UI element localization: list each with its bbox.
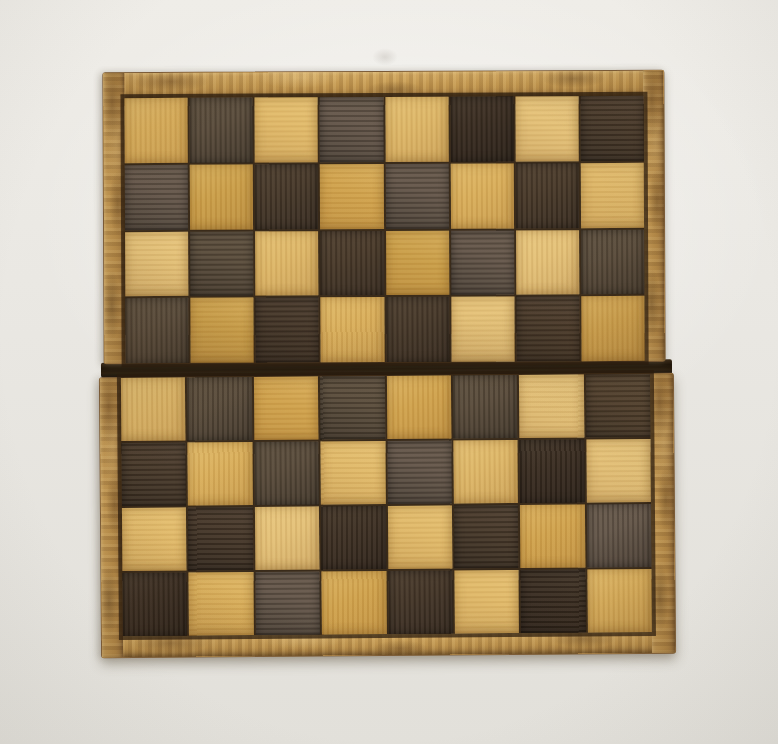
square-e7[interactable]: [385, 163, 448, 228]
square-b6[interactable]: [190, 231, 253, 296]
square-d3[interactable]: [321, 441, 386, 505]
square-a5[interactable]: [125, 298, 188, 363]
square-a6[interactable]: [125, 231, 188, 296]
square-g4[interactable]: [519, 374, 584, 438]
square-d8[interactable]: [320, 97, 383, 162]
frame-rail-bottom-left: [100, 378, 123, 657]
square-f5[interactable]: [451, 297, 514, 362]
square-a1[interactable]: [122, 573, 187, 637]
square-f3[interactable]: [453, 440, 518, 504]
square-a7[interactable]: [125, 165, 188, 230]
frame-rail-top-right: [643, 71, 664, 361]
square-d4[interactable]: [320, 376, 385, 440]
photo-background: [0, 0, 778, 744]
square-c7[interactable]: [255, 164, 318, 229]
frame-rail-bottom-right: [650, 374, 675, 653]
board-grid-bottom: [121, 374, 652, 636]
square-h2[interactable]: [587, 504, 652, 568]
square-b4[interactable]: [187, 377, 252, 441]
square-e5[interactable]: [386, 297, 449, 362]
square-c3[interactable]: [254, 442, 319, 506]
square-g5[interactable]: [516, 296, 579, 361]
square-e6[interactable]: [386, 230, 449, 295]
square-b1[interactable]: [189, 572, 254, 636]
square-d1[interactable]: [322, 571, 387, 635]
board-grid-top: [124, 96, 644, 363]
square-f4[interactable]: [453, 375, 518, 439]
square-d2[interactable]: [321, 506, 386, 570]
square-d5[interactable]: [321, 297, 384, 362]
square-e8[interactable]: [385, 97, 448, 162]
square-c2[interactable]: [255, 507, 320, 571]
square-e3[interactable]: [387, 440, 452, 504]
square-g3[interactable]: [520, 439, 585, 503]
square-f2[interactable]: [454, 505, 519, 569]
square-c5[interactable]: [256, 298, 319, 363]
frame-rail-top-left: [103, 73, 125, 363]
square-c4[interactable]: [254, 377, 319, 441]
square-h1[interactable]: [587, 569, 652, 633]
square-h4[interactable]: [586, 374, 651, 438]
square-g1[interactable]: [521, 569, 586, 633]
square-f8[interactable]: [450, 96, 513, 161]
square-h3[interactable]: [586, 439, 651, 503]
square-g2[interactable]: [520, 504, 585, 568]
square-a4[interactable]: [121, 378, 186, 442]
square-f1[interactable]: [454, 570, 519, 634]
square-h8[interactable]: [580, 96, 643, 161]
square-f6[interactable]: [451, 230, 514, 295]
square-c6[interactable]: [255, 231, 318, 296]
board-bottom-half: [99, 373, 676, 659]
square-e4[interactable]: [386, 375, 451, 439]
square-e1[interactable]: [388, 570, 453, 634]
square-a3[interactable]: [121, 443, 186, 507]
square-b2[interactable]: [188, 507, 253, 571]
frame-rail-top: [103, 71, 663, 98]
square-g8[interactable]: [515, 96, 578, 161]
square-b7[interactable]: [190, 164, 253, 229]
square-a2[interactable]: [122, 508, 187, 572]
square-b8[interactable]: [190, 98, 253, 163]
square-f7[interactable]: [450, 163, 513, 228]
square-a8[interactable]: [124, 98, 187, 163]
square-b5[interactable]: [190, 298, 253, 363]
square-d7[interactable]: [320, 164, 383, 229]
square-e2[interactable]: [387, 505, 452, 569]
square-g7[interactable]: [516, 163, 579, 228]
square-d6[interactable]: [320, 231, 383, 296]
square-g6[interactable]: [516, 230, 579, 295]
board-top-half: [102, 70, 665, 364]
square-h5[interactable]: [581, 296, 644, 361]
backdrop-smudge: [372, 48, 398, 66]
square-h7[interactable]: [581, 163, 644, 228]
square-c8[interactable]: [255, 97, 318, 162]
square-c1[interactable]: [255, 572, 320, 636]
square-h6[interactable]: [581, 229, 644, 294]
square-b3[interactable]: [188, 442, 253, 506]
